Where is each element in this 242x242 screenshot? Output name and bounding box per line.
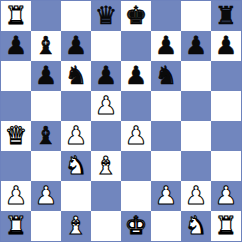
square-h3[interactable]	[211, 151, 241, 181]
square-a5[interactable]	[1, 91, 31, 121]
piece-black-pawn[interactable]: ♟	[31, 61, 61, 91]
square-b1[interactable]	[31, 211, 61, 241]
piece-black-rook[interactable]: ♜	[211, 1, 241, 31]
piece-white-pawn[interactable]: ♟	[91, 91, 121, 121]
square-f2[interactable]: ♟	[151, 181, 181, 211]
square-f8[interactable]	[151, 1, 181, 31]
piece-black-queen[interactable]: ♛	[91, 1, 121, 31]
square-b5[interactable]	[31, 91, 61, 121]
square-a2[interactable]: ♟	[1, 181, 31, 211]
piece-black-pawn[interactable]: ♟	[211, 31, 241, 61]
piece-black-pawn[interactable]: ♟	[181, 31, 211, 61]
square-c4[interactable]: ♟	[61, 121, 91, 151]
square-f3[interactable]	[151, 151, 181, 181]
square-g7[interactable]: ♟	[181, 31, 211, 61]
square-b6[interactable]: ♟	[31, 61, 61, 91]
piece-black-knight[interactable]: ♞	[151, 61, 181, 91]
square-e7[interactable]	[121, 31, 151, 61]
square-c3[interactable]: ♞	[61, 151, 91, 181]
square-d6[interactable]: ♟	[91, 61, 121, 91]
piece-white-rook[interactable]: ♜	[211, 211, 241, 241]
square-c2[interactable]	[61, 181, 91, 211]
square-g5[interactable]	[181, 91, 211, 121]
piece-black-bishop[interactable]: ♝	[31, 31, 61, 61]
square-h8[interactable]: ♜	[211, 1, 241, 31]
square-d1[interactable]	[91, 211, 121, 241]
square-d4[interactable]	[91, 121, 121, 151]
square-g2[interactable]: ♟	[181, 181, 211, 211]
piece-black-pawn[interactable]: ♟	[121, 61, 151, 91]
square-b7[interactable]: ♝	[31, 31, 61, 61]
piece-white-king[interactable]: ♚	[121, 211, 151, 241]
piece-white-queen[interactable]: ♛	[1, 121, 31, 151]
piece-black-bishop[interactable]: ♝	[31, 121, 61, 151]
square-g4[interactable]	[181, 121, 211, 151]
piece-white-pawn[interactable]: ♟	[211, 181, 241, 211]
square-f6[interactable]: ♞	[151, 61, 181, 91]
square-d8[interactable]: ♛	[91, 1, 121, 31]
square-c5[interactable]	[61, 91, 91, 121]
piece-white-bishop[interactable]: ♝	[61, 211, 91, 241]
square-d2[interactable]	[91, 181, 121, 211]
square-b8[interactable]	[31, 1, 61, 31]
piece-white-pawn[interactable]: ♟	[61, 121, 91, 151]
square-c1[interactable]: ♝	[61, 211, 91, 241]
square-b3[interactable]	[31, 151, 61, 181]
square-g3[interactable]	[181, 151, 211, 181]
piece-black-pawn[interactable]: ♟	[1, 31, 31, 61]
square-a4[interactable]: ♛	[1, 121, 31, 151]
piece-white-pawn[interactable]: ♟	[31, 181, 61, 211]
piece-white-rook[interactable]: ♜	[1, 1, 31, 31]
square-a6[interactable]	[1, 61, 31, 91]
square-h1[interactable]: ♜	[211, 211, 241, 241]
piece-white-bishop[interactable]: ♝	[91, 151, 121, 181]
square-h5[interactable]	[211, 91, 241, 121]
piece-white-pawn[interactable]: ♟	[1, 181, 31, 211]
piece-white-pawn[interactable]: ♟	[151, 181, 181, 211]
square-e5[interactable]	[121, 91, 151, 121]
square-d3[interactable]: ♝	[91, 151, 121, 181]
square-g1[interactable]: ♞	[181, 211, 211, 241]
square-f5[interactable]	[151, 91, 181, 121]
square-g6[interactable]	[181, 61, 211, 91]
piece-white-rook[interactable]: ♜	[1, 211, 31, 241]
square-d5[interactable]: ♟	[91, 91, 121, 121]
square-a7[interactable]: ♟	[1, 31, 31, 61]
square-a8[interactable]: ♜	[1, 1, 31, 31]
square-h6[interactable]	[211, 61, 241, 91]
piece-black-pawn[interactable]: ♟	[91, 61, 121, 91]
piece-white-pawn[interactable]: ♟	[181, 181, 211, 211]
square-e4[interactable]: ♟	[121, 121, 151, 151]
square-h2[interactable]: ♟	[211, 181, 241, 211]
square-e1[interactable]: ♚	[121, 211, 151, 241]
square-h4[interactable]	[211, 121, 241, 151]
square-f7[interactable]: ♟	[151, 31, 181, 61]
square-e6[interactable]: ♟	[121, 61, 151, 91]
square-e8[interactable]: ♚	[121, 1, 151, 31]
square-g8[interactable]	[181, 1, 211, 31]
piece-black-pawn[interactable]: ♟	[61, 31, 91, 61]
square-a3[interactable]	[1, 151, 31, 181]
piece-black-king[interactable]: ♚	[121, 1, 151, 31]
piece-white-knight[interactable]: ♞	[181, 211, 211, 241]
square-e3[interactable]	[121, 151, 151, 181]
square-b4[interactable]: ♝	[31, 121, 61, 151]
square-f1[interactable]	[151, 211, 181, 241]
square-c7[interactable]: ♟	[61, 31, 91, 61]
square-f4[interactable]	[151, 121, 181, 151]
square-h7[interactable]: ♟	[211, 31, 241, 61]
square-c8[interactable]	[61, 1, 91, 31]
piece-black-knight[interactable]: ♞	[61, 61, 91, 91]
chess-board: ♜♛♚♜♟♝♟♟♟♟♟♞♟♟♞♟♛♝♟♟♞♝♟♟♟♟♟♜♝♚♞♜	[0, 0, 242, 242]
square-e2[interactable]	[121, 181, 151, 211]
square-d7[interactable]	[91, 31, 121, 61]
piece-white-pawn[interactable]: ♟	[121, 121, 151, 151]
piece-black-pawn[interactable]: ♟	[151, 31, 181, 61]
square-a1[interactable]: ♜	[1, 211, 31, 241]
piece-white-knight[interactable]: ♞	[61, 151, 91, 181]
square-b2[interactable]: ♟	[31, 181, 61, 211]
square-c6[interactable]: ♞	[61, 61, 91, 91]
